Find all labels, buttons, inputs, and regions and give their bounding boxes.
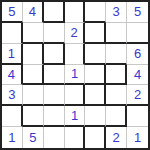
given-digit: 4 <box>8 68 15 81</box>
cell-r5c4[interactable] <box>65 85 86 106</box>
cell-r7c4[interactable] <box>65 127 86 148</box>
given-digit: 5 <box>134 5 141 18</box>
cell-r1c1[interactable]: 5 <box>2 2 23 23</box>
given-digit: 5 <box>8 5 15 18</box>
cell-r4c4[interactable]: 1 <box>65 65 86 86</box>
cell-r3c2[interactable] <box>23 44 44 65</box>
cell-r4c7[interactable]: 4 <box>127 65 148 86</box>
cell-r4c6[interactable] <box>106 65 127 86</box>
cell-r2c6[interactable] <box>106 23 127 44</box>
cell-r6c3[interactable] <box>44 106 65 127</box>
cell-r7c5[interactable] <box>85 127 106 148</box>
given-digit: 1 <box>8 131 15 144</box>
cell-r6c6[interactable] <box>106 106 127 127</box>
cell-r7c1[interactable]: 1 <box>2 127 23 148</box>
given-digit: 2 <box>70 26 77 39</box>
given-digit: 4 <box>29 5 36 18</box>
cell-r1c6[interactable]: 3 <box>106 2 127 23</box>
given-digit: 1 <box>71 109 78 122</box>
cell-r1c4[interactable] <box>65 2 86 23</box>
cell-r7c2[interactable]: 5 <box>23 127 44 148</box>
puzzle-board: 54352164143211521 <box>0 0 150 150</box>
cell-r2c7[interactable] <box>127 23 148 44</box>
given-digit: 1 <box>71 67 78 80</box>
cell-r7c7[interactable]: 1 <box>127 127 148 148</box>
cell-r5c1[interactable]: 3 <box>2 85 23 106</box>
cell-r6c4[interactable]: 1 <box>65 106 86 127</box>
cell-r6c7[interactable] <box>127 106 148 127</box>
given-digit: 2 <box>113 131 120 144</box>
cell-r2c2[interactable] <box>23 23 44 44</box>
cell-r6c2[interactable] <box>23 106 44 127</box>
cell-r1c3[interactable] <box>44 2 65 23</box>
cell-r3c1[interactable]: 1 <box>2 44 23 65</box>
given-digit: 3 <box>8 88 15 101</box>
given-digit: 1 <box>134 131 141 144</box>
cell-r5c3[interactable] <box>44 85 65 106</box>
cell-r4c3[interactable] <box>44 65 65 86</box>
given-digit: 1 <box>8 47 15 60</box>
cell-r4c1[interactable]: 4 <box>2 65 23 86</box>
cell-r2c4[interactable]: 2 <box>65 23 86 44</box>
cell-r2c3[interactable] <box>44 23 65 44</box>
cell-r3c3[interactable] <box>44 44 65 65</box>
cell-r1c5[interactable] <box>85 2 106 23</box>
given-digit: 4 <box>134 68 141 81</box>
cell-r3c5[interactable] <box>85 44 106 65</box>
cell-r6c5[interactable] <box>85 106 106 127</box>
cell-r2c5[interactable] <box>85 23 106 44</box>
cell-r3c7[interactable]: 6 <box>127 44 148 65</box>
cell-r1c7[interactable]: 5 <box>127 2 148 23</box>
cell-r3c4[interactable] <box>65 44 86 65</box>
cell-r3c6[interactable] <box>106 44 127 65</box>
cell-r5c5[interactable] <box>85 85 106 106</box>
given-digit: 3 <box>113 5 120 18</box>
given-digit: 5 <box>29 131 36 144</box>
cell-r6c1[interactable] <box>2 106 23 127</box>
given-digit: 6 <box>134 47 141 60</box>
cell-r2c1[interactable] <box>2 23 23 44</box>
cell-r4c2[interactable] <box>23 65 44 86</box>
cell-r5c2[interactable] <box>23 85 44 106</box>
cell-r5c7[interactable]: 2 <box>127 85 148 106</box>
cell-r1c2[interactable]: 4 <box>23 2 44 23</box>
given-digit: 2 <box>134 88 141 101</box>
cell-r4c5[interactable] <box>85 65 106 86</box>
cell-r5c6[interactable] <box>106 85 127 106</box>
cell-r7c6[interactable]: 2 <box>106 127 127 148</box>
cell-r7c3[interactable] <box>44 127 65 148</box>
